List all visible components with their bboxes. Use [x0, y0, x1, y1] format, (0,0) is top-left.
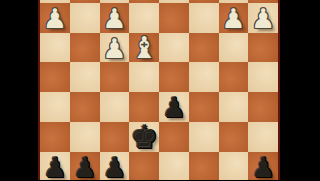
square-h3[interactable] [248, 122, 278, 152]
square-a4[interactable] [40, 92, 70, 122]
square-f5[interactable] [189, 62, 219, 92]
square-d6[interactable]: ♝ [129, 33, 159, 63]
square-b3[interactable] [70, 122, 100, 152]
square-d3[interactable]: ♚ [129, 122, 159, 152]
square-e2[interactable] [159, 152, 189, 181]
white-pawn-h7: ♟ [251, 5, 275, 32]
square-d5[interactable] [129, 62, 159, 92]
screenshot-background: ♟♟♟♟♟♝♟♚♟♟♟♟ [0, 0, 320, 180]
white-bishop-d6: ♝ [131, 33, 158, 63]
square-h6[interactable] [248, 33, 278, 63]
square-h4[interactable] [248, 92, 278, 122]
square-d2[interactable] [129, 152, 159, 181]
square-d4[interactable] [129, 92, 159, 122]
black-king-d3: ♚ [130, 122, 158, 153]
square-b5[interactable] [70, 62, 100, 92]
square-g2[interactable] [219, 152, 249, 181]
square-b2[interactable]: ♟ [70, 152, 100, 181]
white-pawn-c7: ♟ [102, 5, 126, 32]
white-pawn-c6: ♟ [102, 35, 126, 62]
chess-board: ♟♟♟♟♟♝♟♚♟♟♟♟ [38, 0, 280, 180]
black-pawn-a2: ♟ [43, 154, 67, 180]
square-f6[interactable] [189, 33, 219, 63]
square-g4[interactable] [219, 92, 249, 122]
black-pawn-h2: ♟ [251, 154, 275, 180]
square-c2[interactable]: ♟ [100, 152, 130, 181]
square-g5[interactable] [219, 62, 249, 92]
black-pawn-b2: ♟ [73, 154, 97, 180]
square-e6[interactable] [159, 33, 189, 63]
white-pawn-g7: ♟ [221, 5, 245, 32]
black-pawn-c2: ♟ [102, 154, 126, 180]
square-a5[interactable] [40, 62, 70, 92]
square-e5[interactable] [159, 62, 189, 92]
square-f7[interactable] [189, 3, 219, 33]
square-b4[interactable] [70, 92, 100, 122]
square-g3[interactable] [219, 122, 249, 152]
square-h7[interactable]: ♟ [248, 3, 278, 33]
square-b7[interactable] [70, 3, 100, 33]
black-pawn-e4: ♟ [162, 94, 186, 121]
square-b6[interactable] [70, 33, 100, 63]
square-a2[interactable]: ♟ [40, 152, 70, 181]
square-f3[interactable] [189, 122, 219, 152]
square-h2[interactable]: ♟ [248, 152, 278, 181]
square-g6[interactable] [219, 33, 249, 63]
square-f2[interactable] [189, 152, 219, 181]
square-a6[interactable] [40, 33, 70, 63]
square-d7[interactable] [129, 3, 159, 33]
board-grid: ♟♟♟♟♟♝♟♚♟♟♟♟ [40, 0, 278, 180]
square-e3[interactable] [159, 122, 189, 152]
square-c7[interactable]: ♟ [100, 3, 130, 33]
square-e4[interactable]: ♟ [159, 92, 189, 122]
white-pawn-a7: ♟ [43, 5, 67, 32]
square-e7[interactable] [159, 3, 189, 33]
square-a3[interactable] [40, 122, 70, 152]
square-c5[interactable] [100, 62, 130, 92]
square-c3[interactable] [100, 122, 130, 152]
square-f4[interactable] [189, 92, 219, 122]
square-c4[interactable] [100, 92, 130, 122]
square-g7[interactable]: ♟ [219, 3, 249, 33]
square-a7[interactable]: ♟ [40, 3, 70, 33]
square-h5[interactable] [248, 62, 278, 92]
square-c6[interactable]: ♟ [100, 33, 130, 63]
